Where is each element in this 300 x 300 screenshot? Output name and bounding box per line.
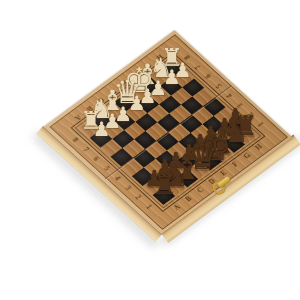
chess-piece-light-pawn: ♟ <box>89 120 115 140</box>
chess-piece-dark-bishop: ♝ <box>173 153 199 185</box>
chess-piece-dark-pawn: ♟ <box>212 116 238 138</box>
chess-piece-light-rook: ♜ <box>78 109 104 133</box>
chess-piece-light-king: ♚ <box>124 64 150 98</box>
chess-piece-light-rook: ♜ <box>159 46 185 70</box>
chess-piece-dark-pawn: ♟ <box>141 168 167 190</box>
chess-piece-light-knight: ♞ <box>89 96 115 122</box>
chess-piece-dark-pawn: ♟ <box>176 142 202 164</box>
chess-piece-light-bishop: ♝ <box>100 87 126 115</box>
pieces-layer: ♜♞♝♛♚♝♞♜♟♟♟♟♟♟♟♟♟♟♟♟♟♟♟♟♜♞♝♛♚♝♞♜ <box>0 0 300 300</box>
chess-piece-dark-pawn: ♟ <box>163 150 189 172</box>
chess-piece-dark-knight: ♞ <box>163 162 189 191</box>
chess-piece-dark-bishop: ♝ <box>208 127 234 159</box>
chess-piece-dark-pawn: ♟ <box>198 124 224 146</box>
chess-piece-dark-pawn: ♟ <box>152 157 178 179</box>
chess-piece-light-pawn: ♟ <box>159 68 185 88</box>
chess-piece-dark-rook: ♜ <box>152 171 178 198</box>
chess-piece-light-pawn: ♟ <box>110 105 136 125</box>
chess-piece-light-queen: ♛ <box>113 77 139 109</box>
chess-piece-dark-king: ♚ <box>198 129 224 167</box>
chess-piece-dark-rook: ♜ <box>233 112 259 139</box>
chess-piece-dark-knight: ♞ <box>222 118 248 147</box>
chess-piece-dark-pawn: ♟ <box>222 106 248 128</box>
chess-piece-dark-pawn: ♟ <box>187 132 213 154</box>
chess-piece-light-knight: ♞ <box>148 55 174 81</box>
chess-piece-light-pawn: ♟ <box>145 79 171 99</box>
chess-piece-light-bishop: ♝ <box>135 61 161 89</box>
product-photo-canvas: AABBCCDDEEFFGGHH1122334455667788 ♜♞♝♛♚♝♞… <box>0 0 300 300</box>
chess-piece-dark-queen: ♛ <box>187 139 213 175</box>
chess-piece-light-pawn: ♟ <box>99 112 125 132</box>
chess-piece-light-pawn: ♟ <box>124 94 150 114</box>
chess-piece-light-pawn: ♟ <box>135 87 161 107</box>
chess-piece-light-pawn: ♟ <box>170 61 196 81</box>
